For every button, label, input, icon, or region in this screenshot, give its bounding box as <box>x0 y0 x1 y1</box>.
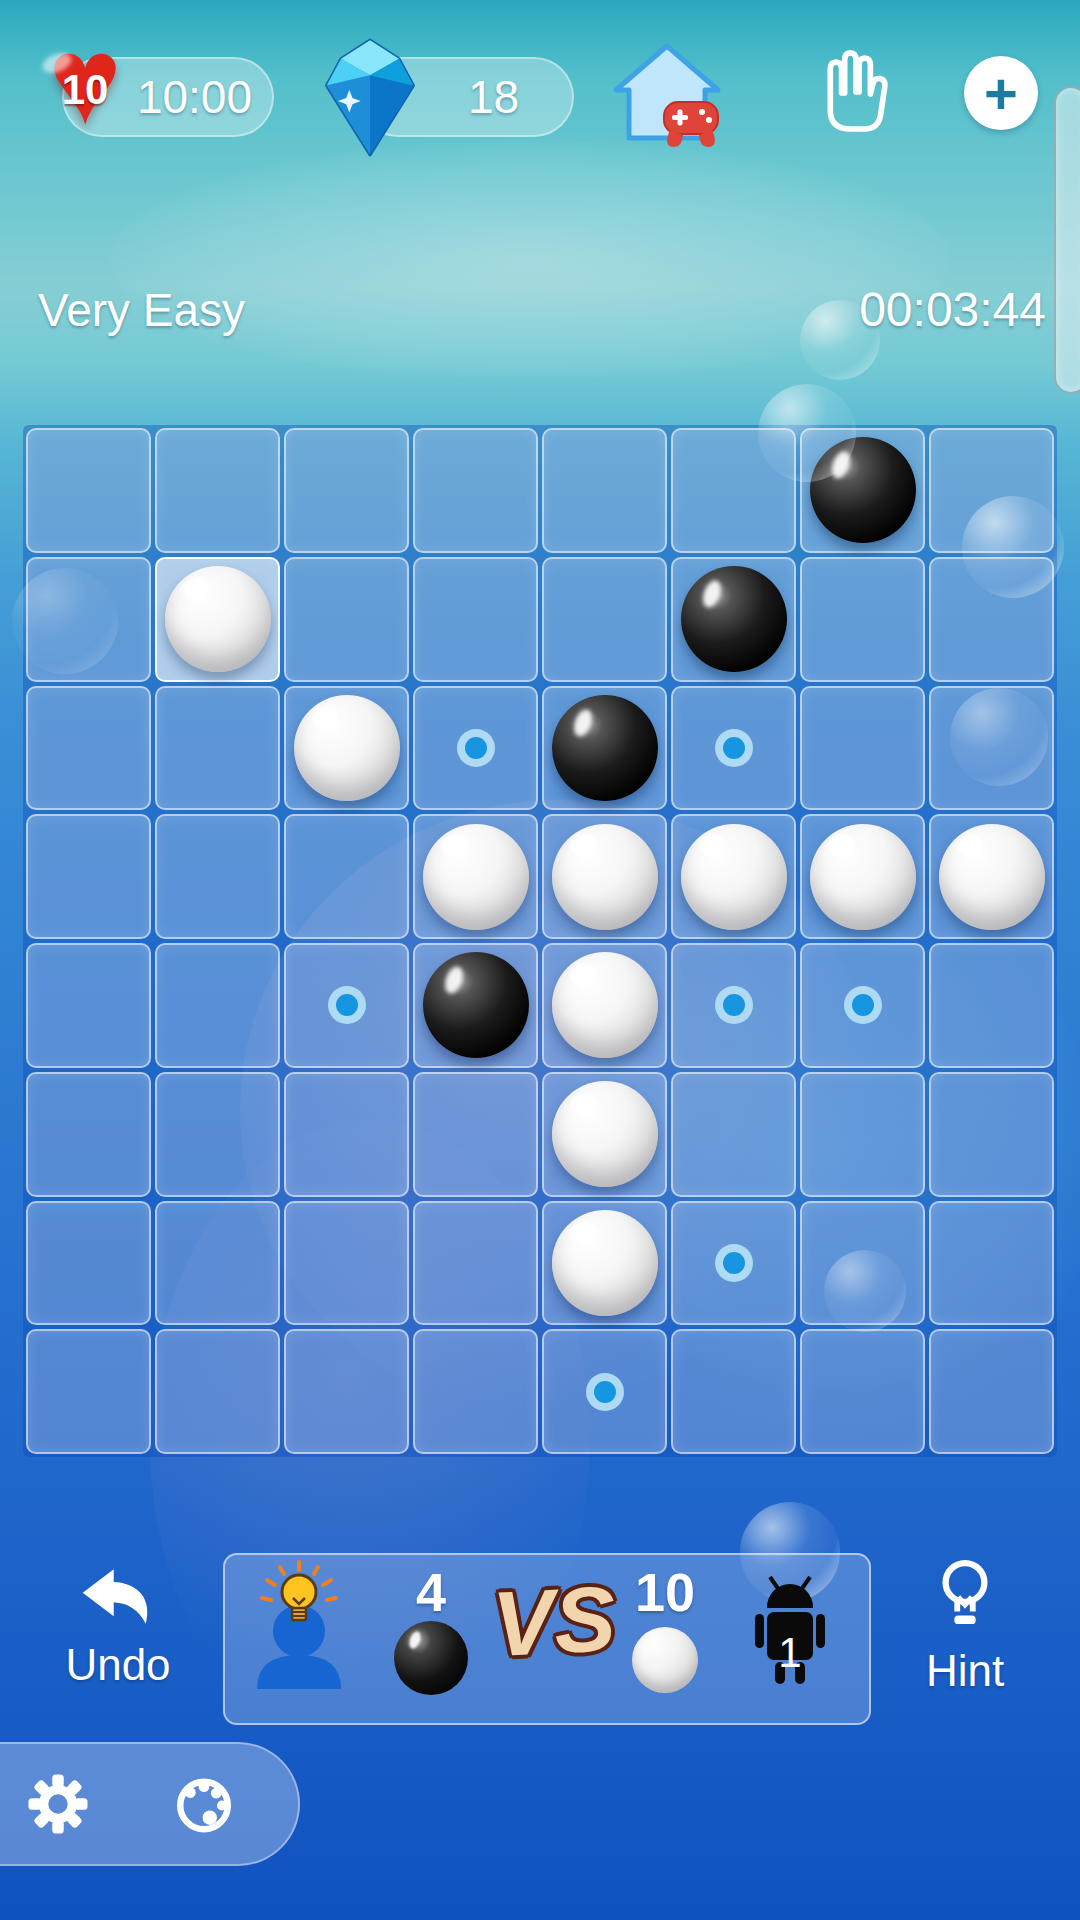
hand-icon[interactable] <box>820 48 894 136</box>
legal-move-dot <box>586 1373 624 1411</box>
legal-move-dot <box>715 986 753 1024</box>
board-cell-a5[interactable] <box>26 943 151 1068</box>
board-cell-e2[interactable] <box>542 557 667 682</box>
white-stone <box>552 1210 658 1316</box>
heart-icon: ♥ 10 <box>26 26 144 150</box>
board-cell-e3[interactable] <box>542 686 667 811</box>
board-cell-e8[interactable] <box>542 1329 667 1454</box>
bottom-toolbar <box>0 1742 300 1866</box>
board-cell-b1[interactable] <box>155 428 280 553</box>
board-cell-f8[interactable] <box>671 1329 796 1454</box>
white-stone <box>552 952 658 1058</box>
legal-move-dot <box>844 986 882 1024</box>
board-cell-d5[interactable] <box>413 943 538 1068</box>
board-cell-d2[interactable] <box>413 557 538 682</box>
ai-score: 10 <box>635 1563 695 1621</box>
board-cell-h7[interactable] <box>929 1201 1054 1326</box>
gear-icon[interactable] <box>22 1768 94 1840</box>
white-stone <box>939 824 1045 930</box>
black-stone-icon <box>394 1621 468 1695</box>
white-stone <box>681 824 787 930</box>
palette-icon[interactable] <box>168 1768 240 1840</box>
android-robot-icon: 1 <box>737 1571 843 1703</box>
board-cell-c4[interactable] <box>284 814 409 939</box>
legal-move-dot <box>328 986 366 1024</box>
board-cell-a6[interactable] <box>26 1072 151 1197</box>
gem-icon <box>318 36 422 160</box>
board-cell-g6[interactable] <box>800 1072 925 1197</box>
hint-button[interactable]: Hint <box>900 1558 1030 1696</box>
board-cell-a4[interactable] <box>26 814 151 939</box>
board-cell-b6[interactable] <box>155 1072 280 1197</box>
board-cell-a8[interactable] <box>26 1329 151 1454</box>
board-cell-c6[interactable] <box>284 1072 409 1197</box>
legal-move-dot <box>457 729 495 767</box>
plus-icon: + <box>984 60 1018 127</box>
add-button[interactable]: + <box>964 56 1038 130</box>
board-cell-d7[interactable] <box>413 1201 538 1326</box>
hint-bulb-icon <box>934 1558 996 1634</box>
lives-timer: 10:00 <box>137 70 252 124</box>
score-panel: 4 VS 10 1 <box>223 1553 871 1725</box>
board-cell-b2[interactable] <box>155 557 280 682</box>
board-cell-f4[interactable] <box>671 814 796 939</box>
info-row: Very Easy 00:03:44 <box>38 282 1046 337</box>
undo-button[interactable]: Undo <box>56 1566 180 1690</box>
white-stone <box>810 824 916 930</box>
board-cell-g2[interactable] <box>800 557 925 682</box>
board-cell-c7[interactable] <box>284 1201 409 1326</box>
board-cell-e1[interactable] <box>542 428 667 553</box>
bubble <box>824 1250 906 1332</box>
player-score: 4 <box>416 1563 446 1621</box>
game-timer: 00:03:44 <box>859 282 1046 337</box>
undo-label: Undo <box>65 1640 170 1690</box>
board-cell-d3[interactable] <box>413 686 538 811</box>
black-stone <box>681 566 787 672</box>
board-cell-g8[interactable] <box>800 1329 925 1454</box>
game-screen: 10:00 ♥ 10 18 + V <box>0 0 1080 1920</box>
white-stone <box>165 566 271 672</box>
board-cell-e5[interactable] <box>542 943 667 1068</box>
home-button[interactable] <box>608 38 726 156</box>
board-cell-e4[interactable] <box>542 814 667 939</box>
board-cell-f2[interactable] <box>671 557 796 682</box>
legal-move-dot <box>715 1244 753 1282</box>
ai-score-group: 10 <box>617 1563 713 1693</box>
board-cell-e6[interactable] <box>542 1072 667 1197</box>
board-cell-f3[interactable] <box>671 686 796 811</box>
board-cell-d8[interactable] <box>413 1329 538 1454</box>
white-stone <box>423 824 529 930</box>
board-cell-c5[interactable] <box>284 943 409 1068</box>
board-cell-c1[interactable] <box>284 428 409 553</box>
board-cell-d4[interactable] <box>413 814 538 939</box>
white-stone <box>294 695 400 801</box>
board-cell-b8[interactable] <box>155 1329 280 1454</box>
player-avatar-icon <box>247 1559 351 1691</box>
bubble <box>962 496 1064 598</box>
ai-level-badge: 1 <box>737 1629 843 1677</box>
white-stone <box>552 1081 658 1187</box>
board-cell-h6[interactable] <box>929 1072 1054 1197</box>
board-cell-c2[interactable] <box>284 557 409 682</box>
board-cell-b5[interactable] <box>155 943 280 1068</box>
board-cell-a3[interactable] <box>26 686 151 811</box>
undo-arrow-icon <box>79 1566 157 1628</box>
hint-label: Hint <box>926 1646 1004 1696</box>
white-stone <box>552 824 658 930</box>
board-cell-h5[interactable] <box>929 943 1054 1068</box>
black-stone <box>552 695 658 801</box>
side-drawer-tab[interactable] <box>1054 86 1080 394</box>
board-cell-b3[interactable] <box>155 686 280 811</box>
bubble <box>950 688 1048 786</box>
board-cell-c3[interactable] <box>284 686 409 811</box>
board-cell-b7[interactable] <box>155 1201 280 1326</box>
board-cell-d6[interactable] <box>413 1072 538 1197</box>
board-cell-d1[interactable] <box>413 428 538 553</box>
player-score-group: 4 <box>383 1563 479 1695</box>
board-cell-a7[interactable] <box>26 1201 151 1326</box>
board-cell-b4[interactable] <box>155 814 280 939</box>
board-cell-c8[interactable] <box>284 1329 409 1454</box>
board-cell-h8[interactable] <box>929 1329 1054 1454</box>
board-cell-e7[interactable] <box>542 1201 667 1326</box>
lives-count: 10 <box>26 66 144 114</box>
board-cell-f6[interactable] <box>671 1072 796 1197</box>
board-cell-a1[interactable] <box>26 428 151 553</box>
board-cell-h4[interactable] <box>929 814 1054 939</box>
board-cell-g3[interactable] <box>800 686 925 811</box>
board-cell-g4[interactable] <box>800 814 925 939</box>
bubble <box>12 568 118 674</box>
difficulty-label: Very Easy <box>38 283 245 337</box>
bubble <box>758 384 856 482</box>
legal-move-dot <box>715 729 753 767</box>
black-stone <box>423 952 529 1058</box>
white-stone-icon <box>632 1627 698 1693</box>
gems-count: 18 <box>468 70 519 124</box>
board-cell-f7[interactable] <box>671 1201 796 1326</box>
vs-label: VS <box>488 1566 619 1677</box>
board-cell-f5[interactable] <box>671 943 796 1068</box>
board-cell-g5[interactable] <box>800 943 925 1068</box>
